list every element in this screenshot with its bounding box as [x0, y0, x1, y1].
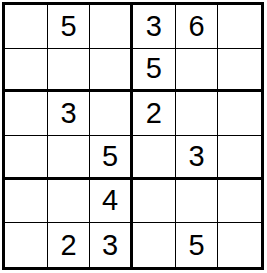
cell-r3c2[interactable]: 3	[48, 92, 91, 136]
cell-r6c4[interactable]	[133, 223, 176, 267]
cell-r5c5[interactable]	[176, 180, 219, 224]
cell-r4c2[interactable]	[48, 136, 91, 180]
cell-r2c6[interactable]	[218, 49, 261, 93]
cell-r6c2[interactable]: 2	[48, 223, 91, 267]
cell-r3c6[interactable]	[218, 92, 261, 136]
cell-r4c5[interactable]: 3	[176, 136, 219, 180]
cell-r1c4[interactable]: 3	[133, 5, 176, 49]
cell-r4c1[interactable]	[5, 136, 48, 180]
cell-r6c3[interactable]: 3	[90, 223, 133, 267]
cell-r5c6[interactable]	[218, 180, 261, 224]
cell-r5c2[interactable]	[48, 180, 91, 224]
cell-r6c1[interactable]	[5, 223, 48, 267]
cell-r3c1[interactable]	[5, 92, 48, 136]
cell-r3c5[interactable]	[176, 92, 219, 136]
cell-r1c1[interactable]	[5, 5, 48, 49]
cell-r5c1[interactable]	[5, 180, 48, 224]
cell-r5c3[interactable]: 4	[90, 180, 133, 224]
cell-r2c4[interactable]: 5	[133, 49, 176, 93]
cell-r6c6[interactable]	[218, 223, 261, 267]
cell-r4c4[interactable]	[133, 136, 176, 180]
cell-r2c5[interactable]	[176, 49, 219, 93]
cell-r2c3[interactable]	[90, 49, 133, 93]
cell-r1c5[interactable]: 6	[176, 5, 219, 49]
cell-r6c5[interactable]: 5	[176, 223, 219, 267]
cell-r3c3[interactable]	[90, 92, 133, 136]
cell-r4c3[interactable]: 5	[90, 136, 133, 180]
sudoku-board: 536532534235	[2, 2, 264, 270]
cell-r5c4[interactable]	[133, 180, 176, 224]
cell-r3c4[interactable]: 2	[133, 92, 176, 136]
cell-r1c6[interactable]	[218, 5, 261, 49]
cell-r2c1[interactable]	[5, 49, 48, 93]
cell-r4c6[interactable]	[218, 136, 261, 180]
cell-r1c3[interactable]	[90, 5, 133, 49]
cell-r1c2[interactable]: 5	[48, 5, 91, 49]
cell-r2c2[interactable]	[48, 49, 91, 93]
